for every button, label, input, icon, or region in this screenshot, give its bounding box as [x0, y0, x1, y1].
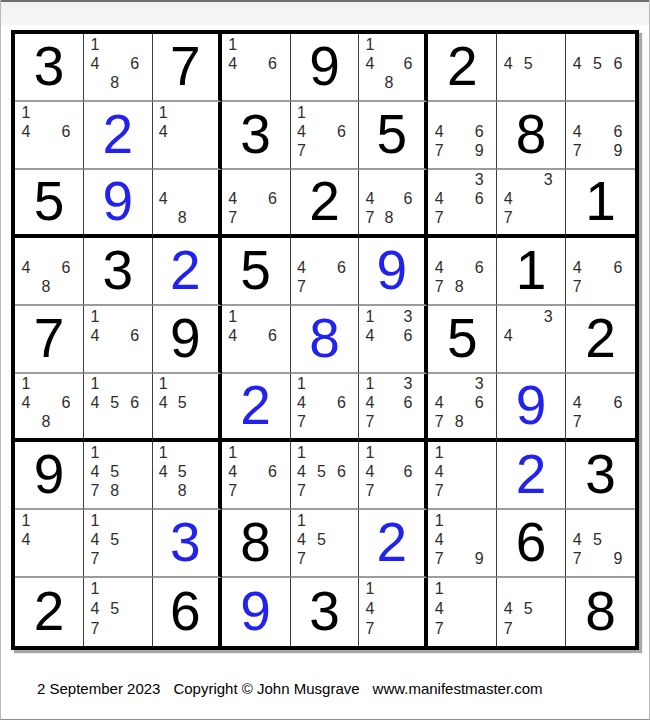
- pencil-slot-empty: [105, 619, 125, 639]
- sudoku-cell-r4c7[interactable]: 4678: [428, 238, 497, 306]
- given-digit: 8: [585, 584, 616, 639]
- pencil-slot-empty: [379, 171, 398, 190]
- pencil-mark-6: 6: [56, 394, 76, 413]
- given-digit: 9: [170, 311, 201, 366]
- pencil-marks: 34678: [429, 375, 489, 431]
- pencil-mark-8: 8: [173, 208, 192, 227]
- pencil-mark-6: 6: [331, 462, 351, 481]
- pencil-slot-empty: [608, 511, 628, 530]
- entered-digit: 9: [377, 243, 408, 298]
- pencil-marks: 1457: [292, 511, 352, 569]
- pencil-marks: 14578: [85, 443, 145, 501]
- pencil-mark-7: 7: [223, 208, 243, 227]
- pencil-mark-9: 9: [608, 142, 628, 161]
- sudoku-cell-r1c9[interactable]: 456: [566, 34, 635, 102]
- sudoku-cell-r9c9[interactable]: 8: [566, 578, 635, 646]
- pencil-slot-empty: [173, 190, 192, 209]
- sudoku-cell-r5c6[interactable]: 1346: [359, 306, 428, 374]
- pencil-slot-empty: [469, 599, 489, 619]
- sudoku-cell-r1c4[interactable]: 146: [222, 34, 291, 102]
- pencil-mark-1: 1: [223, 443, 243, 462]
- pencil-slot-empty: [449, 103, 469, 122]
- pencil-mark-4: 4: [429, 599, 449, 619]
- pencil-mark-8: 8: [449, 278, 469, 297]
- sudoku-cell-r7c7[interactable]: 147: [428, 442, 497, 510]
- given-digit: 9: [309, 39, 340, 94]
- pencil-slot-empty: [16, 278, 36, 297]
- sudoku-cell-r6c5[interactable]: 1467: [291, 374, 360, 442]
- pencil-slot-empty: [538, 74, 558, 93]
- sudoku-cell-r3c5[interactable]: 2: [291, 170, 360, 238]
- entered-digit: 2: [240, 378, 271, 433]
- pencil-slot-empty: [429, 103, 449, 122]
- sudoku-cell-r2c2[interactable]: 2: [84, 102, 153, 170]
- pencil-slot-empty: [538, 619, 558, 639]
- sudoku-cell-r9c2[interactable]: 1457: [84, 578, 153, 646]
- sudoku-cell-r3c1[interactable]: 5: [15, 170, 84, 238]
- pencil-marks: 456: [567, 35, 628, 93]
- pencil-slot-empty: [36, 103, 56, 122]
- pencil-marks: 146: [16, 103, 76, 161]
- pencil-mark-4: 4: [85, 54, 105, 73]
- given-digit: 5: [240, 243, 271, 298]
- pencil-slot-empty: [449, 511, 469, 530]
- sudoku-cell-r8c2[interactable]: 1457: [84, 510, 153, 578]
- sudoku-cell-r8c7[interactable]: 1479: [428, 510, 497, 578]
- sudoku-cell-r8c4[interactable]: 8: [222, 510, 291, 578]
- given-digit: 2: [585, 311, 616, 366]
- given-digit: 7: [170, 39, 201, 94]
- pencil-mark-6: 6: [125, 54, 145, 73]
- pencil-slot-empty: [105, 326, 125, 345]
- pencil-mark-7: 7: [292, 278, 312, 297]
- pencil-slot-empty: [125, 599, 145, 619]
- pencil-mark-4: 4: [16, 258, 36, 277]
- pencil-mark-6: 6: [398, 394, 417, 413]
- pencil-slot-empty: [36, 511, 56, 530]
- pencil-slot-empty: [469, 278, 489, 297]
- sudoku-cell-r1c8[interactable]: 45: [497, 34, 566, 102]
- entered-digit: 9: [240, 584, 271, 639]
- pencil-slot-empty: [263, 307, 283, 326]
- pencil-slot-empty: [449, 462, 469, 481]
- sudoku-cell-r4c8[interactable]: 1: [497, 238, 566, 306]
- pencil-slot-empty: [608, 530, 628, 549]
- sudoku-cell-r6c6[interactable]: 13467: [359, 374, 428, 442]
- pencil-mark-6: 6: [398, 462, 417, 481]
- pencil-mark-4: 4: [498, 326, 518, 345]
- pencil-slot-empty: [154, 208, 173, 227]
- pencil-slot-empty: [36, 375, 56, 394]
- pencil-mark-4: 4: [567, 54, 587, 73]
- given-digit: 6: [516, 515, 547, 570]
- given-digit: 5: [34, 174, 65, 229]
- sudoku-cell-r5c9[interactable]: 2: [566, 306, 635, 374]
- pencil-slot-empty: [331, 278, 351, 297]
- sudoku-cell-r6c9[interactable]: 467: [566, 374, 635, 442]
- pencil-marks: 3467: [429, 171, 489, 227]
- pencil-slot-empty: [360, 171, 379, 190]
- sudoku-cell-r1c7[interactable]: 2: [428, 34, 497, 102]
- pencil-slot-empty: [398, 482, 417, 501]
- pencil-slot-empty: [312, 443, 332, 462]
- sudoku-cell-r6c8[interactable]: 9: [497, 374, 566, 442]
- pencil-mark-7: 7: [429, 482, 449, 501]
- pencil-marks: 146: [223, 307, 283, 365]
- given-digit: 5: [447, 311, 478, 366]
- given-digit: 8: [240, 515, 271, 570]
- pencil-slot-empty: [567, 74, 587, 93]
- pencil-slot-empty: [518, 171, 538, 190]
- sudoku-cell-r2c7[interactable]: 4679: [428, 102, 497, 170]
- pencil-slot-empty: [125, 375, 145, 394]
- pencil-marks: 1467: [292, 103, 352, 161]
- pencil-mark-7: 7: [85, 550, 105, 569]
- pencil-slot-empty: [173, 122, 192, 141]
- pencil-marks: 14: [154, 103, 211, 161]
- pencil-mark-8: 8: [379, 74, 398, 93]
- sudoku-cell-r4c9[interactable]: 467: [566, 238, 635, 306]
- pencil-mark-4: 4: [429, 394, 449, 413]
- pencil-slot-empty: [449, 239, 469, 258]
- pencil-slot-empty: [587, 142, 607, 161]
- pencil-mark-7: 7: [360, 619, 379, 639]
- pencil-mark-4: 4: [429, 530, 449, 549]
- pencil-slot-empty: [105, 443, 125, 462]
- sudoku-cell-r7c1[interactable]: 9: [15, 442, 84, 510]
- sudoku-cell-r8c1[interactable]: 14: [15, 510, 84, 578]
- pencil-slot-empty: [379, 54, 398, 73]
- pencil-mark-6: 6: [125, 394, 145, 413]
- sudoku-cell-r5c5[interactable]: 8: [291, 306, 360, 374]
- pencil-slot-empty: [331, 530, 351, 549]
- pencil-slot-empty: [105, 307, 125, 326]
- sudoku-cell-r6c2[interactable]: 1456: [84, 374, 153, 442]
- pencil-slot-empty: [125, 307, 145, 326]
- pencil-slot-empty: [243, 346, 263, 365]
- sudoku-cell-r8c6[interactable]: 2: [359, 510, 428, 578]
- pencil-slot-empty: [518, 307, 538, 326]
- sudoku-cell-r2c5[interactable]: 1467: [291, 102, 360, 170]
- pencil-mark-6: 6: [608, 122, 628, 141]
- pencil-marks: 467: [292, 239, 352, 297]
- pencil-slot-empty: [56, 530, 76, 549]
- pencil-slot-empty: [243, 171, 263, 190]
- sudoku-cell-r8c8[interactable]: 6: [497, 510, 566, 578]
- sudoku-cell-r9c8[interactable]: 457: [497, 578, 566, 646]
- pencil-slot-empty: [449, 550, 469, 569]
- pencil-slot-empty: [192, 394, 211, 413]
- sudoku-cell-r5c4[interactable]: 146: [222, 306, 291, 374]
- pencil-slot-empty: [469, 208, 489, 227]
- pencil-mark-7: 7: [498, 208, 518, 227]
- pencil-slot-empty: [105, 579, 125, 599]
- pencil-slot-empty: [398, 208, 417, 227]
- pencil-slot-empty: [567, 35, 587, 54]
- pencil-slot-empty: [398, 599, 417, 619]
- pencil-slot-empty: [398, 412, 417, 431]
- pencil-mark-4: 4: [85, 326, 105, 345]
- sudoku-cell-r2c1[interactable]: 146: [15, 102, 84, 170]
- pencil-slot-empty: [105, 511, 125, 530]
- sudoku-cell-r8c9[interactable]: 4579: [566, 510, 635, 578]
- pencil-slot-empty: [449, 375, 469, 394]
- pencil-mark-4: 4: [360, 394, 379, 413]
- pencil-slot-empty: [538, 599, 558, 619]
- sudoku-cell-r9c6[interactable]: 147: [359, 578, 428, 646]
- pencil-mark-6: 6: [398, 54, 417, 73]
- sudoku-cell-r1c6[interactable]: 1468: [359, 34, 428, 102]
- sudoku-cell-r1c2[interactable]: 1468: [84, 34, 153, 102]
- given-digit: 7: [34, 311, 65, 366]
- pencil-slot-empty: [243, 462, 263, 481]
- given-digit: 3: [34, 39, 65, 94]
- pencil-slot-empty: [379, 307, 398, 326]
- pencil-slot-empty: [379, 462, 398, 481]
- sudoku-cell-r2c9[interactable]: 4679: [566, 102, 635, 170]
- pencil-mark-1: 1: [85, 35, 105, 54]
- entered-digit: 9: [516, 378, 547, 433]
- pencil-marks: 467: [567, 239, 628, 297]
- pencil-slot-empty: [154, 482, 173, 501]
- pencil-mark-7: 7: [292, 412, 312, 431]
- pencil-marks: 4679: [429, 103, 489, 161]
- pencil-slot-empty: [312, 122, 332, 141]
- pencil-slot-empty: [105, 550, 125, 569]
- pencil-slot-empty: [263, 443, 283, 462]
- pencil-slot-empty: [587, 35, 607, 54]
- pencil-slot-empty: [125, 462, 145, 481]
- pencil-slot-empty: [469, 103, 489, 122]
- sudoku-cell-r3c6[interactable]: 4678: [359, 170, 428, 238]
- pencil-mark-4: 4: [567, 122, 587, 141]
- pencil-slot-empty: [56, 550, 76, 569]
- pencil-mark-7: 7: [567, 550, 587, 569]
- pencil-slot-empty: [312, 375, 332, 394]
- pencil-slot-empty: [518, 208, 538, 227]
- sudoku-cell-r9c4[interactable]: 9: [222, 578, 291, 646]
- pencil-slot-empty: [173, 443, 192, 462]
- sudoku-cell-r3c8[interactable]: 347: [497, 170, 566, 238]
- pencil-slot-empty: [36, 122, 56, 141]
- pencil-slot-empty: [398, 619, 417, 639]
- pencil-slot-empty: [469, 579, 489, 599]
- sudoku-cell-r7c4[interactable]: 1467: [222, 442, 291, 510]
- sudoku-cell-r5c8[interactable]: 34: [497, 306, 566, 374]
- sudoku-cell-r8c3[interactable]: 3: [153, 510, 222, 578]
- sudoku-cell-r5c2[interactable]: 146: [84, 306, 153, 374]
- footer: 2 September 2023 Copyright © John Musgra…: [37, 680, 543, 697]
- sudoku-cell-r7c9[interactable]: 3: [566, 442, 635, 510]
- sudoku-cell-r4c6[interactable]: 9: [359, 238, 428, 306]
- pencil-mark-9: 9: [608, 550, 628, 569]
- pencil-slot-empty: [398, 346, 417, 365]
- pencil-slot-empty: [449, 208, 469, 227]
- pencil-mark-3: 3: [538, 307, 558, 326]
- given-digit: 1: [516, 243, 547, 298]
- pencil-marks: 145: [154, 375, 211, 431]
- pencil-mark-7: 7: [429, 619, 449, 639]
- entered-digit: 2: [170, 243, 201, 298]
- pencil-slot-empty: [192, 190, 211, 209]
- pencil-slot-empty: [56, 142, 76, 161]
- pencil-slot-empty: [223, 74, 243, 93]
- pencil-slot-empty: [379, 35, 398, 54]
- sudoku-cell-r9c1[interactable]: 2: [15, 578, 84, 646]
- pencil-slot-empty: [567, 511, 587, 530]
- pencil-mark-4: 4: [429, 462, 449, 481]
- pencil-mark-4: 4: [498, 190, 518, 209]
- pencil-slot-empty: [105, 412, 125, 431]
- pencil-slot-empty: [312, 550, 332, 569]
- pencil-slot-empty: [379, 412, 398, 431]
- pencil-mark-7: 7: [85, 619, 105, 639]
- pencil-slot-empty: [518, 579, 538, 599]
- sudoku-cell-r3c2[interactable]: 9: [84, 170, 153, 238]
- pencil-slot-empty: [192, 142, 211, 161]
- sudoku-cell-r4c3[interactable]: 2: [153, 238, 222, 306]
- entered-digit: 9: [103, 174, 134, 229]
- pencil-marks: 147: [360, 579, 417, 639]
- sudoku-cell-r7c3[interactable]: 1458: [153, 442, 222, 510]
- sudoku-cell-r3c4[interactable]: 467: [222, 170, 291, 238]
- pencil-slot-empty: [498, 307, 518, 326]
- pencil-slot-empty: [36, 258, 56, 277]
- sudoku-cell-r2c6[interactable]: 5: [359, 102, 428, 170]
- pencil-slot-empty: [449, 599, 469, 619]
- sudoku-cell-r9c5[interactable]: 3: [291, 578, 360, 646]
- pencil-slot-empty: [192, 482, 211, 501]
- pencil-marks: 14: [16, 511, 76, 569]
- pencil-slot-empty: [263, 346, 283, 365]
- footer-website: www.manifestmaster.com: [373, 680, 543, 697]
- sudoku-cell-r9c3[interactable]: 6: [153, 578, 222, 646]
- pencil-marks: 13467: [360, 375, 417, 431]
- pencil-mark-1: 1: [16, 375, 36, 394]
- pencil-mark-4: 4: [360, 326, 379, 345]
- sudoku-cell-r3c3[interactable]: 48: [153, 170, 222, 238]
- pencil-slot-empty: [379, 190, 398, 209]
- pencil-slot-empty: [379, 619, 398, 639]
- page: 3146871469146824545614621431467546798467…: [0, 0, 650, 720]
- pencil-slot-empty: [105, 346, 125, 365]
- sudoku-cell-r6c7[interactable]: 34678: [428, 374, 497, 442]
- pencil-mark-5: 5: [173, 462, 192, 481]
- pencil-slot-empty: [567, 375, 587, 394]
- pencil-mark-4: 4: [85, 530, 105, 549]
- pencil-slot-empty: [36, 550, 56, 569]
- pencil-mark-4: 4: [154, 394, 173, 413]
- pencil-mark-1: 1: [292, 443, 312, 462]
- sudoku-cell-r3c9[interactable]: 1: [566, 170, 635, 238]
- pencil-slot-empty: [36, 142, 56, 161]
- pencil-mark-4: 4: [154, 190, 173, 209]
- pencil-slot-empty: [105, 54, 125, 73]
- pencil-mark-3: 3: [538, 171, 558, 190]
- pencil-slot-empty: [469, 462, 489, 481]
- pencil-slot-empty: [608, 103, 628, 122]
- pencil-mark-6: 6: [331, 258, 351, 277]
- sudoku-cell-r6c1[interactable]: 1468: [15, 374, 84, 442]
- given-digit: 3: [103, 243, 134, 298]
- sudoku-cell-r7c2[interactable]: 14578: [84, 442, 153, 510]
- entered-digit: 3: [170, 515, 201, 570]
- pencil-marks: 1457: [85, 579, 145, 639]
- sudoku-cell-r4c4[interactable]: 5: [222, 238, 291, 306]
- sudoku-cell-r5c7[interactable]: 5: [428, 306, 497, 374]
- pencil-slot-empty: [312, 142, 332, 161]
- pencil-slot-empty: [243, 54, 263, 73]
- pencil-mark-4: 4: [429, 190, 449, 209]
- sudoku-cell-r1c3[interactable]: 7: [153, 34, 222, 102]
- sudoku-cell-r4c2[interactable]: 3: [84, 238, 153, 306]
- pencil-mark-4: 4: [16, 530, 36, 549]
- pencil-slot-empty: [16, 142, 36, 161]
- sudoku-cell-r7c5[interactable]: 14567: [291, 442, 360, 510]
- sudoku-cell-r4c5[interactable]: 467: [291, 238, 360, 306]
- pencil-mark-6: 6: [398, 326, 417, 345]
- pencil-mark-7: 7: [498, 619, 518, 639]
- pencil-slot-empty: [243, 35, 263, 54]
- sudoku-cell-r8c5[interactable]: 1457: [291, 510, 360, 578]
- pencil-mark-1: 1: [223, 35, 243, 54]
- pencil-slot-empty: [449, 171, 469, 190]
- pencil-slot-empty: [243, 307, 263, 326]
- pencil-mark-4: 4: [567, 530, 587, 549]
- pencil-slot-empty: [587, 103, 607, 122]
- pencil-slot-empty: [469, 482, 489, 501]
- sudoku-cell-r4c1[interactable]: 468: [15, 238, 84, 306]
- pencil-mark-1: 1: [292, 375, 312, 394]
- pencil-mark-4: 4: [16, 394, 36, 413]
- pencil-slot-empty: [469, 412, 489, 431]
- sudoku-cell-r6c3[interactable]: 145: [153, 374, 222, 442]
- sudoku-cell-r3c7[interactable]: 3467: [428, 170, 497, 238]
- pencil-mark-3: 3: [469, 171, 489, 190]
- sudoku-cell-r7c8[interactable]: 2: [497, 442, 566, 510]
- sudoku-cell-r2c4[interactable]: 3: [222, 102, 291, 170]
- pencil-slot-empty: [312, 412, 332, 431]
- pencil-mark-1: 1: [85, 579, 105, 599]
- pencil-slot-empty: [192, 375, 211, 394]
- sudoku-cell-r1c5[interactable]: 9: [291, 34, 360, 102]
- sudoku-cell-r1c1[interactable]: 3: [15, 34, 84, 102]
- pencil-slot-empty: [243, 326, 263, 345]
- pencil-slot-empty: [292, 239, 312, 258]
- pencil-slot-empty: [449, 122, 469, 141]
- sudoku-cell-r5c3[interactable]: 9: [153, 306, 222, 374]
- pencil-marks: 1467: [360, 443, 417, 501]
- pencil-mark-8: 8: [105, 482, 125, 501]
- pencil-slot-empty: [85, 346, 105, 365]
- pencil-mark-4: 4: [498, 599, 518, 619]
- pencil-slot-empty: [192, 171, 211, 190]
- pencil-mark-7: 7: [292, 482, 312, 501]
- pencil-mark-4: 4: [223, 462, 243, 481]
- sudoku-cell-r7c6[interactable]: 1467: [359, 442, 428, 510]
- pencil-mark-1: 1: [85, 375, 105, 394]
- sudoku-cell-r6c4[interactable]: 2: [222, 374, 291, 442]
- pencil-slot-empty: [312, 278, 332, 297]
- pencil-slot-empty: [192, 103, 211, 122]
- pencil-slot-empty: [243, 208, 263, 227]
- pencil-slot-empty: [518, 619, 538, 639]
- sudoku-cell-r5c1[interactable]: 7: [15, 306, 84, 374]
- sudoku-cell-r2c3[interactable]: 14: [153, 102, 222, 170]
- sudoku-cell-r9c7[interactable]: 147: [428, 578, 497, 646]
- sudoku-cell-r2c8[interactable]: 8: [497, 102, 566, 170]
- pencil-slot-empty: [429, 171, 449, 190]
